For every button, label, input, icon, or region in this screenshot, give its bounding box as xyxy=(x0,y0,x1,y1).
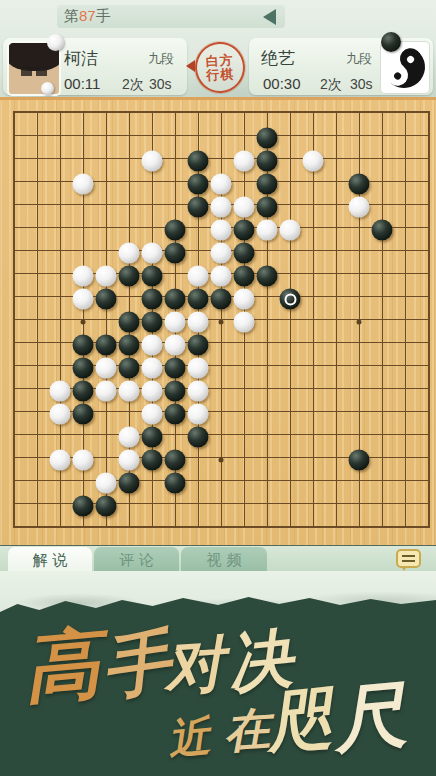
turn-seal-line2: 行棋 xyxy=(206,67,235,82)
black-stone xyxy=(142,427,163,448)
white-stone xyxy=(96,381,117,402)
calligraphy-char: 对 xyxy=(161,624,227,709)
white-stone xyxy=(211,220,232,241)
black-stone xyxy=(73,404,94,425)
black-stone xyxy=(119,473,140,494)
black-stone xyxy=(349,450,370,471)
player-rank-left: 九段 xyxy=(148,50,174,68)
white-stone xyxy=(165,312,186,333)
black-stone xyxy=(188,335,209,356)
white-stone xyxy=(257,220,278,241)
black-stone xyxy=(165,289,186,310)
black-stone xyxy=(119,266,140,287)
white-stone xyxy=(96,358,117,379)
black-stone xyxy=(188,289,209,310)
white-stone xyxy=(349,197,370,218)
white-stone xyxy=(73,289,94,310)
white-stone xyxy=(188,266,209,287)
white-stone xyxy=(50,404,71,425)
white-stone xyxy=(142,381,163,402)
go-board[interactable] xyxy=(0,97,436,545)
move-counter-text: 第87手 xyxy=(64,7,111,26)
black-stone xyxy=(165,381,186,402)
white-stone xyxy=(234,151,255,172)
black-stone xyxy=(165,358,186,379)
white-stone xyxy=(142,335,163,356)
star-point xyxy=(357,320,362,325)
black-stone xyxy=(188,151,209,172)
white-stone xyxy=(96,473,117,494)
white-stone xyxy=(142,243,163,264)
white-stone xyxy=(119,427,140,448)
white-stone xyxy=(142,151,163,172)
black-stone xyxy=(142,266,163,287)
white-stone xyxy=(119,381,140,402)
player-clock-right: 00:30 xyxy=(263,75,301,92)
white-stone xyxy=(50,450,71,471)
black-stone xyxy=(142,289,163,310)
black-stone xyxy=(372,220,393,241)
player-rank-right: 九段 xyxy=(346,50,372,68)
black-stone xyxy=(257,266,278,287)
black-stone xyxy=(257,151,278,172)
black-stone xyxy=(73,335,94,356)
byoyomi-time-left: 30s xyxy=(149,76,172,92)
calligraphy-char: 高 xyxy=(20,613,105,722)
player-panel-right: 绝艺 九段 00:30 2次 30s xyxy=(249,38,433,95)
bottom-tab-bar: 解说 评论 视频 xyxy=(0,545,436,572)
black-stone xyxy=(188,197,209,218)
move-counter: 第87手 xyxy=(57,5,285,28)
white-stone xyxy=(188,312,209,333)
black-stone xyxy=(73,496,94,517)
white-stone xyxy=(188,381,209,402)
byoyomi-count-right: 2次 xyxy=(320,76,342,94)
white-stone xyxy=(96,266,117,287)
avatar-glasses xyxy=(21,67,47,76)
white-stone xyxy=(165,335,186,356)
white-stone xyxy=(50,381,71,402)
move-number: 87 xyxy=(79,7,96,24)
black-stone xyxy=(119,335,140,356)
white-stone xyxy=(211,174,232,195)
black-stone xyxy=(119,358,140,379)
black-stone xyxy=(96,496,117,517)
black-stone xyxy=(349,174,370,195)
player-name-left: 柯洁 xyxy=(64,47,98,70)
white-stone xyxy=(142,404,163,425)
tab-commentary[interactable]: 解说 xyxy=(8,547,92,572)
calligraphy-char: 咫 xyxy=(261,673,336,769)
white-stone xyxy=(73,450,94,471)
byoyomi-time-right: 30s xyxy=(350,76,373,92)
white-stone xyxy=(234,289,255,310)
white-stone xyxy=(234,312,255,333)
white-stone xyxy=(188,404,209,425)
tab-video[interactable]: 视频 xyxy=(181,547,267,572)
black-stone xyxy=(165,220,186,241)
black-stone xyxy=(234,266,255,287)
black-stone xyxy=(257,174,278,195)
white-stone xyxy=(119,243,140,264)
star-point xyxy=(219,320,224,325)
calligraphy-char: 近 xyxy=(165,708,213,768)
white-stone xyxy=(211,197,232,218)
star-point xyxy=(81,320,86,325)
white-stone xyxy=(280,220,301,241)
collapse-arrow-icon[interactable] xyxy=(263,9,276,25)
promo-banner: 高手对决近在咫尺 xyxy=(0,592,436,776)
white-stone xyxy=(142,358,163,379)
black-stone xyxy=(165,450,186,471)
black-stone xyxy=(188,427,209,448)
turn-indicator-arrow xyxy=(186,60,195,72)
white-stone xyxy=(73,174,94,195)
black-stone xyxy=(73,358,94,379)
white-stone-badge-small xyxy=(41,82,54,95)
black-stone-last-move xyxy=(280,289,301,310)
black-stone xyxy=(165,243,186,264)
calligraphy-char: 尺 xyxy=(330,667,410,769)
black-stone xyxy=(234,243,255,264)
black-stone xyxy=(234,220,255,241)
white-stone-badge xyxy=(47,34,64,51)
black-stone xyxy=(165,473,186,494)
white-stone xyxy=(211,266,232,287)
black-stone-badge xyxy=(381,32,401,52)
white-stone xyxy=(119,450,140,471)
black-stone xyxy=(165,404,186,425)
black-stone xyxy=(142,312,163,333)
white-stone xyxy=(303,151,324,172)
tab-comments[interactable]: 评论 xyxy=(94,547,179,572)
black-stone xyxy=(119,312,140,333)
black-stone xyxy=(211,289,232,310)
star-point xyxy=(219,458,224,463)
white-stone xyxy=(188,358,209,379)
black-stone xyxy=(96,335,117,356)
player-name-right: 绝艺 xyxy=(261,47,295,70)
chat-bubble-icon[interactable] xyxy=(396,549,421,568)
white-stone xyxy=(73,266,94,287)
white-stone xyxy=(211,243,232,264)
black-stone xyxy=(73,381,94,402)
black-stone xyxy=(142,450,163,471)
player-clock-left: 00:11 xyxy=(64,75,100,92)
black-stone xyxy=(188,174,209,195)
app-screen: 第87手 柯洁 九段 00:11 2次 30s 白方 行棋 绝艺 九段 00:3… xyxy=(0,0,436,776)
black-stone xyxy=(257,128,278,149)
black-stone xyxy=(96,289,117,310)
white-stone xyxy=(234,197,255,218)
black-stone xyxy=(257,197,278,218)
byoyomi-count-left: 2次 xyxy=(122,76,144,94)
player-panel-left: 柯洁 九段 00:11 2次 30s xyxy=(3,38,187,95)
